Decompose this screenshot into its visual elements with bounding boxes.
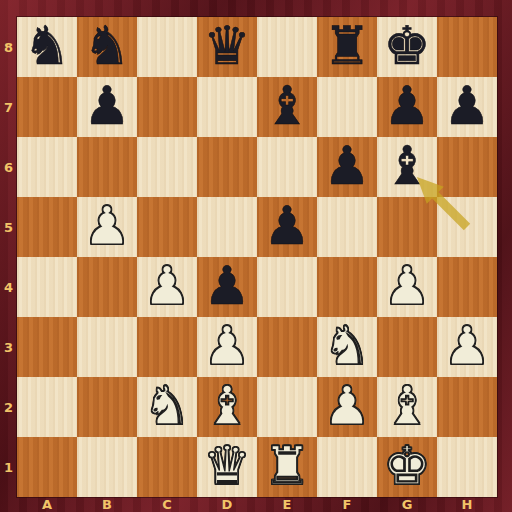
square-d3[interactable]: ♟ — [197, 317, 257, 377]
square-h8[interactable] — [437, 17, 497, 77]
square-c7[interactable] — [137, 77, 197, 137]
square-a6[interactable] — [17, 137, 77, 197]
square-f1[interactable] — [317, 437, 377, 497]
square-g3[interactable] — [377, 317, 437, 377]
file-label-b: B — [77, 497, 137, 512]
square-f7[interactable] — [317, 77, 377, 137]
white-pawn: ♟ — [143, 259, 191, 312]
square-b3[interactable] — [77, 317, 137, 377]
black-king: ♚ — [383, 19, 431, 72]
file-label-a: A — [17, 497, 77, 512]
white-pawn: ♟ — [203, 319, 251, 372]
rank-label-5: 5 — [0, 197, 17, 257]
square-e6[interactable] — [257, 137, 317, 197]
square-c3[interactable] — [137, 317, 197, 377]
square-d7[interactable] — [197, 77, 257, 137]
square-h4[interactable] — [437, 257, 497, 317]
square-c5[interactable] — [137, 197, 197, 257]
rank-label-7: 7 — [0, 77, 17, 137]
square-h5[interactable] — [437, 197, 497, 257]
square-b4[interactable] — [77, 257, 137, 317]
black-pawn: ♟ — [443, 79, 491, 132]
rank-label-2: 2 — [0, 377, 17, 437]
square-c4[interactable]: ♟ — [137, 257, 197, 317]
square-a1[interactable] — [17, 437, 77, 497]
square-e3[interactable] — [257, 317, 317, 377]
square-e4[interactable] — [257, 257, 317, 317]
black-queen: ♛ — [203, 19, 251, 72]
square-f3[interactable]: ♞ — [317, 317, 377, 377]
chess-board: ♞♞♛♜♚♟♝♟♟♟♝♟♟♟♟♟♟♞♟♞♝♟♝♛♜♚ — [17, 17, 497, 497]
file-labels: ABCDEFGH — [17, 497, 497, 512]
file-label-e: E — [257, 497, 317, 512]
white-knight: ♞ — [143, 379, 191, 432]
rank-label-4: 4 — [0, 257, 17, 317]
square-a8[interactable]: ♞ — [17, 17, 77, 77]
square-e8[interactable] — [257, 17, 317, 77]
white-pawn: ♟ — [383, 259, 431, 312]
file-label-h: H — [437, 497, 497, 512]
rank-labels: 87654321 — [0, 17, 17, 497]
square-d5[interactable] — [197, 197, 257, 257]
black-bishop: ♝ — [263, 79, 311, 132]
square-a3[interactable] — [17, 317, 77, 377]
square-f5[interactable] — [317, 197, 377, 257]
white-rook: ♜ — [263, 439, 311, 492]
white-pawn: ♟ — [443, 319, 491, 372]
black-rook: ♜ — [323, 19, 371, 72]
file-label-d: D — [197, 497, 257, 512]
rank-label-3: 3 — [0, 317, 17, 377]
square-h2[interactable] — [437, 377, 497, 437]
black-pawn: ♟ — [263, 199, 311, 252]
square-g6[interactable]: ♝ — [377, 137, 437, 197]
black-pawn: ♟ — [83, 79, 131, 132]
rank-label-6: 6 — [0, 137, 17, 197]
white-bishop: ♝ — [383, 379, 431, 432]
white-bishop: ♝ — [203, 379, 251, 432]
square-h7[interactable]: ♟ — [437, 77, 497, 137]
square-g1[interactable]: ♚ — [377, 437, 437, 497]
square-b8[interactable]: ♞ — [77, 17, 137, 77]
square-g2[interactable]: ♝ — [377, 377, 437, 437]
black-pawn: ♟ — [383, 79, 431, 132]
square-g4[interactable]: ♟ — [377, 257, 437, 317]
square-d6[interactable] — [197, 137, 257, 197]
white-king: ♚ — [383, 439, 431, 492]
square-g5[interactable] — [377, 197, 437, 257]
rank-label-8: 8 — [0, 17, 17, 77]
square-e1[interactable]: ♜ — [257, 437, 317, 497]
square-d4[interactable]: ♟ — [197, 257, 257, 317]
white-pawn: ♟ — [83, 199, 131, 252]
square-g7[interactable]: ♟ — [377, 77, 437, 137]
white-knight: ♞ — [323, 319, 371, 372]
rank-label-1: 1 — [0, 437, 17, 497]
square-e2[interactable] — [257, 377, 317, 437]
square-a4[interactable] — [17, 257, 77, 317]
square-h3[interactable]: ♟ — [437, 317, 497, 377]
square-c8[interactable] — [137, 17, 197, 77]
square-b2[interactable] — [77, 377, 137, 437]
square-a7[interactable] — [17, 77, 77, 137]
square-b7[interactable]: ♟ — [77, 77, 137, 137]
file-label-f: F — [317, 497, 377, 512]
square-h1[interactable] — [437, 437, 497, 497]
square-c2[interactable]: ♞ — [137, 377, 197, 437]
square-f8[interactable]: ♜ — [317, 17, 377, 77]
square-c6[interactable] — [137, 137, 197, 197]
chess-board-frame: 87654321 ABCDEFGH ♞♞♛♜♚♟♝♟♟♟♝♟♟♟♟♟♟♞♟♞♝♟… — [0, 0, 512, 512]
square-d8[interactable]: ♛ — [197, 17, 257, 77]
file-label-g: G — [377, 497, 437, 512]
black-knight: ♞ — [83, 19, 131, 72]
black-pawn: ♟ — [203, 259, 251, 312]
square-d1[interactable]: ♛ — [197, 437, 257, 497]
black-bishop: ♝ — [383, 139, 431, 192]
square-b5[interactable]: ♟ — [77, 197, 137, 257]
square-a5[interactable] — [17, 197, 77, 257]
square-b6[interactable] — [77, 137, 137, 197]
square-f4[interactable] — [317, 257, 377, 317]
square-f6[interactable]: ♟ — [317, 137, 377, 197]
black-pawn: ♟ — [323, 139, 371, 192]
square-h6[interactable] — [437, 137, 497, 197]
square-c1[interactable] — [137, 437, 197, 497]
square-g8[interactable]: ♚ — [377, 17, 437, 77]
white-pawn: ♟ — [323, 379, 371, 432]
square-f2[interactable]: ♟ — [317, 377, 377, 437]
square-d2[interactable]: ♝ — [197, 377, 257, 437]
white-queen: ♛ — [203, 439, 251, 492]
square-e7[interactable]: ♝ — [257, 77, 317, 137]
square-b1[interactable] — [77, 437, 137, 497]
square-a2[interactable] — [17, 377, 77, 437]
file-label-c: C — [137, 497, 197, 512]
black-knight: ♞ — [23, 19, 71, 72]
square-e5[interactable]: ♟ — [257, 197, 317, 257]
